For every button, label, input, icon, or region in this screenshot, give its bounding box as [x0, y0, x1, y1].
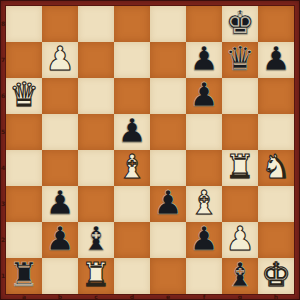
- piece-white-pawn-b7[interactable]: ♟: [45, 41, 75, 77]
- square-a1[interactable]: ♜: [6, 258, 42, 294]
- square-c2[interactable]: ♝: [78, 222, 114, 258]
- square-g4[interactable]: ♜: [222, 150, 258, 186]
- square-e7[interactable]: [150, 42, 186, 78]
- piece-black-pawn-f6[interactable]: ♟: [189, 77, 219, 113]
- square-b1[interactable]: [42, 258, 78, 294]
- chess-diagram: ♚♟♟♛♟♛♟♟♝♜♞♟♟♝♟♝♟♟♜♜♝♚ 87654321abcdefgh: [0, 0, 300, 300]
- file-label-b: b: [42, 294, 78, 300]
- square-e5[interactable]: [150, 114, 186, 150]
- square-d1[interactable]: [114, 258, 150, 294]
- file-label-g: g: [222, 294, 258, 300]
- square-h2[interactable]: [258, 222, 294, 258]
- square-f2[interactable]: ♟: [186, 222, 222, 258]
- square-h1[interactable]: ♚: [258, 258, 294, 294]
- square-g2[interactable]: ♟: [222, 222, 258, 258]
- square-c4[interactable]: [78, 150, 114, 186]
- square-g8[interactable]: ♚: [222, 6, 258, 42]
- square-g6[interactable]: [222, 78, 258, 114]
- square-c5[interactable]: [78, 114, 114, 150]
- square-g7[interactable]: ♛: [222, 42, 258, 78]
- square-g5[interactable]: [222, 114, 258, 150]
- square-f6[interactable]: ♟: [186, 78, 222, 114]
- square-a8[interactable]: [6, 6, 42, 42]
- file-label-d: d: [114, 294, 150, 300]
- rank-label-2: 2: [0, 237, 6, 243]
- square-c6[interactable]: [78, 78, 114, 114]
- square-f1[interactable]: [186, 258, 222, 294]
- file-label-a: a: [6, 294, 42, 300]
- square-b3[interactable]: ♟: [42, 186, 78, 222]
- square-h7[interactable]: ♟: [258, 42, 294, 78]
- piece-black-pawn-f2[interactable]: ♟: [189, 221, 219, 257]
- square-g1[interactable]: ♝: [222, 258, 258, 294]
- square-f3[interactable]: ♝: [186, 186, 222, 222]
- square-b5[interactable]: [42, 114, 78, 150]
- square-c3[interactable]: [78, 186, 114, 222]
- square-e1[interactable]: [150, 258, 186, 294]
- square-h8[interactable]: [258, 6, 294, 42]
- piece-black-pawn-h7[interactable]: ♟: [261, 41, 291, 77]
- piece-black-pawn-e3[interactable]: ♟: [153, 185, 183, 221]
- piece-black-pawn-b3[interactable]: ♟: [45, 185, 75, 221]
- file-label-f: f: [186, 294, 222, 300]
- square-a3[interactable]: [6, 186, 42, 222]
- square-e3[interactable]: ♟: [150, 186, 186, 222]
- piece-white-king-h1[interactable]: ♚: [261, 257, 291, 293]
- piece-black-pawn-d5[interactable]: ♟: [117, 113, 147, 149]
- rank-label-5: 5: [0, 129, 6, 135]
- piece-white-knight-h4[interactable]: ♞: [261, 149, 291, 185]
- rank-label-7: 7: [0, 57, 6, 63]
- file-label-c: c: [78, 294, 114, 300]
- square-d3[interactable]: [114, 186, 150, 222]
- file-label-h: h: [258, 294, 294, 300]
- rank-label-6: 6: [0, 93, 6, 99]
- square-h5[interactable]: [258, 114, 294, 150]
- rank-label-3: 3: [0, 201, 6, 207]
- file-label-e: e: [150, 294, 186, 300]
- piece-black-bishop-g1[interactable]: ♝: [225, 257, 255, 293]
- square-b6[interactable]: [42, 78, 78, 114]
- piece-black-pawn-b2[interactable]: ♟: [45, 221, 75, 257]
- square-e4[interactable]: [150, 150, 186, 186]
- piece-black-pawn-f7[interactable]: ♟: [189, 41, 219, 77]
- square-d4[interactable]: ♝: [114, 150, 150, 186]
- square-a6[interactable]: ♛: [6, 78, 42, 114]
- piece-white-bishop-d4[interactable]: ♝: [117, 149, 147, 185]
- square-d8[interactable]: [114, 6, 150, 42]
- square-a5[interactable]: [6, 114, 42, 150]
- square-e8[interactable]: [150, 6, 186, 42]
- square-h4[interactable]: ♞: [258, 150, 294, 186]
- square-b7[interactable]: ♟: [42, 42, 78, 78]
- square-f4[interactable]: [186, 150, 222, 186]
- square-b8[interactable]: [42, 6, 78, 42]
- square-d2[interactable]: [114, 222, 150, 258]
- piece-black-queen-g7[interactable]: ♛: [225, 41, 255, 77]
- square-d7[interactable]: [114, 42, 150, 78]
- square-a7[interactable]: [6, 42, 42, 78]
- rank-label-4: 4: [0, 165, 6, 171]
- square-c1[interactable]: ♜: [78, 258, 114, 294]
- square-d6[interactable]: [114, 78, 150, 114]
- square-a2[interactable]: [6, 222, 42, 258]
- square-g3[interactable]: [222, 186, 258, 222]
- piece-black-bishop-c2[interactable]: ♝: [81, 221, 111, 257]
- rank-label-8: 8: [0, 21, 6, 27]
- square-b4[interactable]: [42, 150, 78, 186]
- square-h6[interactable]: [258, 78, 294, 114]
- piece-white-rook-c1[interactable]: ♜: [81, 257, 111, 293]
- piece-white-bishop-f3[interactable]: ♝: [189, 185, 219, 221]
- square-e6[interactable]: [150, 78, 186, 114]
- square-e2[interactable]: [150, 222, 186, 258]
- piece-white-pawn-g2[interactable]: ♟: [225, 221, 255, 257]
- piece-white-queen-a6[interactable]: ♛: [9, 77, 39, 113]
- piece-black-king-g8[interactable]: ♚: [225, 5, 255, 41]
- square-a4[interactable]: [6, 150, 42, 186]
- square-f8[interactable]: [186, 6, 222, 42]
- square-f7[interactable]: ♟: [186, 42, 222, 78]
- square-h3[interactable]: [258, 186, 294, 222]
- piece-white-rook-g4[interactable]: ♜: [225, 149, 255, 185]
- chess-board[interactable]: ♚♟♟♛♟♛♟♟♝♜♞♟♟♝♟♝♟♟♜♜♝♚: [6, 6, 294, 294]
- square-d5[interactable]: ♟: [114, 114, 150, 150]
- square-b2[interactable]: ♟: [42, 222, 78, 258]
- square-c7[interactable]: [78, 42, 114, 78]
- square-c8[interactable]: [78, 6, 114, 42]
- rank-label-1: 1: [0, 273, 6, 279]
- piece-black-rook-a1[interactable]: ♜: [9, 257, 39, 293]
- square-f5[interactable]: [186, 114, 222, 150]
